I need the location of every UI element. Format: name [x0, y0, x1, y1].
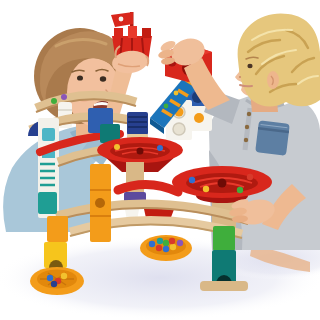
left-catch-tray — [30, 267, 84, 295]
marble — [203, 186, 209, 192]
marble — [51, 98, 57, 104]
marble — [47, 275, 53, 281]
marble — [170, 244, 176, 250]
marble — [169, 238, 175, 244]
left-child-eye-2 — [100, 76, 106, 82]
marble — [156, 245, 162, 251]
shirt-button — [245, 125, 249, 129]
marble — [247, 174, 253, 180]
right-child-eye — [247, 64, 252, 68]
navy-ridged-block — [127, 112, 148, 135]
marble — [149, 241, 155, 247]
marble — [61, 94, 67, 100]
marble — [61, 273, 67, 279]
right-child-nostril — [239, 76, 241, 78]
shirt-button — [247, 112, 251, 116]
teal-cube — [38, 192, 57, 214]
marble-in-window — [194, 113, 204, 123]
marble — [177, 240, 183, 246]
marble — [163, 246, 169, 252]
marble — [157, 238, 163, 244]
green-cube — [213, 226, 235, 251]
scene-illustration: Hape — [0, 0, 320, 320]
marble — [51, 281, 57, 287]
marble — [163, 240, 169, 246]
marble — [114, 144, 120, 150]
orange-block — [47, 216, 68, 242]
marble — [174, 91, 179, 96]
marble — [164, 104, 169, 109]
marble — [189, 177, 195, 183]
product-photo: Hape — [0, 0, 320, 320]
left-child-eye — [77, 75, 83, 80]
tower-window — [42, 128, 55, 141]
marble — [237, 187, 243, 193]
center-catch-tray — [140, 235, 192, 261]
denim-chest-pocket — [255, 120, 290, 156]
wood-base-plate — [200, 281, 248, 291]
flag-emblem — [119, 17, 124, 22]
shirt-button — [244, 138, 248, 142]
marble — [157, 145, 163, 151]
